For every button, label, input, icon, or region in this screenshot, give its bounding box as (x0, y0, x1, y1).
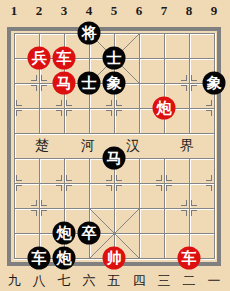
point-marker (206, 100, 222, 116)
point-marker-corner (66, 110, 72, 116)
black-cannon[interactable]: 炮 (53, 222, 76, 245)
river-char-4: 界 (178, 137, 196, 153)
point-marker-corner (16, 175, 22, 181)
point-marker-corner (41, 85, 47, 91)
point-marker-corner (116, 100, 122, 106)
point-marker (181, 200, 197, 216)
point-marker (56, 100, 72, 116)
point-marker-corner (166, 175, 172, 181)
file-label-bottom-3: 七 (51, 273, 77, 288)
file-label-top-2: 2 (26, 3, 52, 18)
file-label-bottom-1: 九 (1, 273, 27, 288)
point-marker-corner (41, 200, 47, 206)
point-marker-corner (31, 75, 37, 81)
file-label-bottom-7: 三 (151, 273, 177, 288)
point-marker (156, 175, 172, 191)
xiangqi-app: 123456789 楚河汉界 将兵车士马士象象炮马炮卒车炮帅车 九八七六五四三二… (0, 0, 230, 291)
red-chariot[interactable]: 车 (53, 47, 76, 70)
file-label-bottom-6: 四 (126, 273, 152, 288)
file-label-bottom-8: 二 (176, 273, 202, 288)
point-marker-corner (41, 210, 47, 216)
point-marker-corner (106, 100, 112, 106)
point-marker-corner (166, 185, 172, 191)
black-advisor[interactable]: 士 (78, 72, 101, 95)
point-marker-corner (56, 100, 62, 106)
black-general[interactable]: 将 (78, 22, 101, 45)
point-marker-corner (191, 85, 197, 91)
river-char-1: 楚 (33, 137, 51, 153)
file-label-top-7: 7 (151, 3, 177, 18)
black-chariot[interactable]: 车 (28, 247, 51, 270)
point-marker-corner (31, 85, 37, 91)
point-marker (31, 200, 47, 216)
point-marker-corner (181, 200, 187, 206)
point-marker (56, 175, 72, 191)
file-label-top-8: 8 (176, 3, 202, 18)
file-label-bottom-5: 五 (101, 273, 127, 288)
point-marker-corner (56, 185, 62, 191)
point-marker (31, 75, 47, 91)
file-label-top-1: 1 (1, 3, 27, 18)
point-marker (181, 75, 197, 91)
file-label-bottom-9: 一 (201, 273, 227, 288)
point-marker-corner (116, 110, 122, 116)
red-chariot[interactable]: 车 (178, 247, 201, 270)
point-marker (206, 175, 222, 191)
point-marker-corner (16, 185, 22, 191)
file-label-top-9: 9 (201, 3, 227, 18)
red-cannon[interactable]: 炮 (153, 97, 176, 120)
point-marker-corner (181, 75, 187, 81)
file-label-bottom-2: 八 (26, 273, 52, 288)
point-marker-corner (66, 185, 72, 191)
point-marker-corner (106, 175, 112, 181)
river-char-3: 汉 (124, 137, 142, 153)
point-marker-corner (31, 200, 37, 206)
point-marker-corner (156, 175, 162, 181)
point-marker-corner (66, 175, 72, 181)
point-marker-corner (116, 175, 122, 181)
point-marker-corner (181, 85, 187, 91)
file-label-top-6: 6 (126, 3, 152, 18)
point-marker-corner (206, 110, 212, 116)
black-elephant[interactable]: 象 (103, 72, 126, 95)
black-advisor[interactable]: 士 (103, 47, 126, 70)
file-label-top-3: 3 (51, 3, 77, 18)
point-marker-corner (191, 210, 197, 216)
point-marker-corner (56, 110, 62, 116)
point-marker-corner (56, 175, 62, 181)
point-marker-corner (106, 185, 112, 191)
black-elephant[interactable]: 象 (203, 72, 226, 95)
file-label-top-4: 4 (76, 3, 102, 18)
black-horse[interactable]: 马 (103, 147, 126, 170)
point-marker-corner (181, 210, 187, 216)
file-label-bottom-4: 六 (76, 273, 102, 288)
point-marker (6, 175, 22, 191)
red-horse[interactable]: 马 (53, 72, 76, 95)
point-marker-corner (16, 110, 22, 116)
point-marker-corner (206, 100, 212, 106)
river-char-2: 河 (79, 137, 97, 153)
point-marker-corner (116, 185, 122, 191)
point-marker (106, 100, 122, 116)
black-soldier[interactable]: 卒 (78, 222, 101, 245)
red-general[interactable]: 帅 (103, 247, 126, 270)
point-marker-corner (191, 75, 197, 81)
point-marker-corner (191, 200, 197, 206)
point-marker-corner (206, 175, 212, 181)
point-marker-corner (16, 100, 22, 106)
point-marker-corner (41, 75, 47, 81)
point-marker-corner (156, 185, 162, 191)
point-marker-corner (66, 100, 72, 106)
point-marker (106, 175, 122, 191)
point-marker-corner (106, 110, 112, 116)
file-label-top-5: 5 (101, 3, 127, 18)
point-marker-corner (31, 210, 37, 216)
red-soldier[interactable]: 兵 (28, 47, 51, 70)
point-marker-corner (206, 185, 212, 191)
black-cannon[interactable]: 炮 (53, 247, 76, 270)
point-marker (6, 100, 22, 116)
